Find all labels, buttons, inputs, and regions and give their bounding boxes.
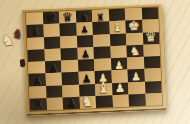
square-c5	[60, 47, 77, 60]
board-hinge-clasp-icon	[20, 59, 26, 68]
white-knight: ♞	[129, 45, 140, 57]
square-c6	[60, 35, 77, 48]
square-c1: ♟	[63, 96, 80, 109]
white-pawn: ♟	[115, 83, 126, 95]
square-g2	[128, 81, 145, 94]
square-c2	[62, 84, 79, 97]
square-g4	[127, 57, 144, 70]
square-a4	[28, 61, 45, 74]
square-h3	[144, 68, 161, 81]
square-a5	[27, 49, 44, 62]
square-d1: ♞	[79, 96, 96, 109]
square-a8	[26, 12, 43, 25]
square-g3: ♟	[127, 69, 144, 82]
square-d7: ♟	[76, 22, 93, 35]
black-pawn: ♟	[81, 73, 91, 84]
square-d5: ♟	[77, 47, 94, 60]
square-h6: ♛	[142, 32, 159, 45]
white-queen: ♛	[145, 31, 157, 45]
square-a2	[29, 86, 46, 99]
square-b7	[43, 24, 60, 37]
black-rook: ♜	[96, 12, 105, 22]
square-e5	[93, 46, 110, 59]
square-f6	[109, 33, 126, 46]
square-a3: ♟	[29, 73, 46, 86]
chess-photo-scene: ♚♛♞♜♝♟♝♚♛♟♞♟♟♟♟♟♟♝♟♜♟♞ ♞♞	[0, 0, 190, 124]
square-b4: ♟	[45, 60, 62, 73]
white-bishop: ♝	[112, 22, 123, 34]
square-d3: ♟	[78, 71, 95, 84]
square-e2: ♝	[95, 83, 112, 96]
square-f3	[111, 70, 128, 83]
square-a7: ♝	[26, 24, 43, 37]
black-pawn: ♟	[81, 49, 90, 59]
square-f1	[112, 94, 129, 107]
square-g7: ♚	[125, 20, 142, 33]
square-h8	[141, 7, 158, 20]
square-b6	[43, 36, 60, 49]
square-h5	[143, 44, 160, 57]
square-d2	[79, 83, 96, 96]
square-f7: ♝	[109, 21, 126, 34]
white-pawn: ♟	[114, 59, 124, 70]
black-pawn: ♟	[48, 62, 58, 73]
square-d8: ♞	[75, 10, 92, 23]
square-d4	[77, 59, 94, 72]
square-a1: ♜	[30, 98, 47, 111]
chess-board: ♚♛♞♜♝♟♝♚♛♟♞♟♟♟♟♟♟♝♟♜♟♞	[26, 7, 162, 111]
square-h4	[143, 56, 160, 69]
square-g8	[125, 8, 142, 21]
square-f2: ♟	[112, 82, 129, 95]
square-b1	[46, 97, 63, 110]
square-e4	[94, 58, 111, 71]
square-g5: ♞	[126, 45, 143, 58]
square-e6	[93, 34, 110, 47]
square-b2	[46, 85, 63, 98]
square-f5	[110, 45, 127, 58]
black-rook: ♜	[32, 97, 44, 111]
square-a6	[27, 37, 44, 50]
black-pawn: ♟	[32, 75, 42, 86]
square-b3	[45, 73, 62, 86]
square-c8: ♛	[59, 11, 76, 24]
square-b5	[44, 48, 61, 61]
square-c4	[61, 60, 78, 73]
square-e7	[92, 22, 109, 35]
black-pawn: ♟	[80, 26, 89, 35]
square-h2	[144, 81, 161, 94]
black-queen: ♛	[62, 11, 73, 23]
square-c3	[62, 72, 79, 85]
square-e1	[96, 95, 113, 108]
square-f8	[108, 9, 125, 22]
black-king: ♚	[45, 11, 57, 24]
square-g1	[129, 94, 146, 107]
white-king: ♚	[127, 19, 140, 33]
square-h7	[142, 19, 159, 32]
white-pawn: ♟	[131, 70, 141, 81]
square-c7	[59, 23, 76, 36]
square-h1	[145, 93, 162, 106]
square-b8: ♚	[42, 11, 59, 24]
white-knight: ♞	[81, 94, 94, 109]
black-bishop: ♝	[29, 25, 40, 37]
square-e3: ♟	[94, 71, 111, 84]
square-d6	[76, 35, 93, 48]
white-pawn: ♟	[98, 72, 108, 83]
square-e8: ♜	[92, 9, 109, 22]
square-g6	[126, 32, 143, 45]
black-pawn: ♟	[65, 97, 76, 109]
chess-board-frame: ♚♛♞♜♝♟♝♚♛♟♞♟♟♟♟♟♟♝♟♜♟♞	[22, 4, 166, 116]
square-f4: ♟	[110, 58, 127, 71]
white-bishop: ♝	[97, 80, 111, 95]
black-knight: ♞	[79, 12, 89, 23]
